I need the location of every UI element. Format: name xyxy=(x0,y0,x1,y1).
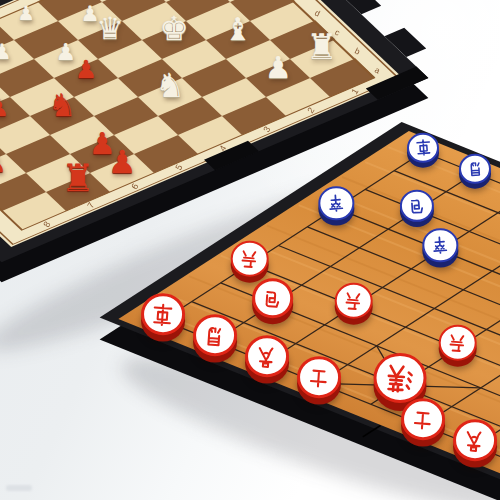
janggi-piece-red-象 xyxy=(245,335,289,377)
chess-piece-red-pawn: ♟ xyxy=(108,146,137,178)
janggi-piece-blue-包 xyxy=(400,189,434,221)
chess-piece-white-queen: ♛ xyxy=(96,14,124,45)
chess-piece-red-pawn: ♟ xyxy=(88,129,115,159)
chess-piece-white-king: ♚ xyxy=(159,12,189,45)
janggi-piece-red-兵 xyxy=(438,324,477,361)
chess-piece-red-pawn: ♟ xyxy=(0,149,7,178)
janggi-piece-red-馬 xyxy=(193,314,237,356)
janggi-piece-red-士 xyxy=(401,398,445,440)
chess-piece-white-pawn: ♟ xyxy=(17,4,35,24)
chess-piece-white-pawn: ♟ xyxy=(80,3,99,24)
chess-piece-white-pawn: ♟ xyxy=(264,53,291,83)
janggi-piece-red-士 xyxy=(297,356,341,398)
janggi-piece-red-象 xyxy=(453,419,497,461)
chess-piece-red-pawn: ♟ xyxy=(75,57,97,82)
chess-piece-white-knight: ♞ xyxy=(155,69,185,103)
chess-piece-red-rook: ♜ xyxy=(61,160,95,198)
chess-piece-red-knight: ♞ xyxy=(48,90,76,121)
janggi-piece-red-車 xyxy=(141,293,185,335)
janggi-piece-blue-馬 xyxy=(459,153,491,183)
janggi-piece-red-兵 xyxy=(230,240,269,277)
janggi-piece-blue-卒 xyxy=(319,186,354,219)
janggi-piece-red-包 xyxy=(252,278,294,318)
janggi-piece-red-漢 xyxy=(373,353,426,403)
janggi-piece-blue-卒 xyxy=(423,228,458,261)
chess-piece-white-rook: ♜ xyxy=(306,29,338,65)
chess-piece-white-bishop: ♝ xyxy=(224,14,252,45)
janggi-piece-red-兵 xyxy=(334,282,373,319)
product-photo: 87654321abcdefgh ♚♛♜♝♞♟♟♟♟♟♜♞♟♟♟♟♟ xyxy=(0,0,500,500)
chess-piece-white-pawn: ♟ xyxy=(0,41,12,62)
janggi-piece-blue-車 xyxy=(407,132,439,162)
chess-piece-white-pawn: ♟ xyxy=(56,40,77,63)
watermark-smudge xyxy=(6,485,32,491)
chess-piece-red-pawn: ♟ xyxy=(0,95,9,120)
pieces-layer: ♚♛♜♝♞♟♟♟♟♟♜♞♟♟♟♟♟ xyxy=(0,0,500,500)
